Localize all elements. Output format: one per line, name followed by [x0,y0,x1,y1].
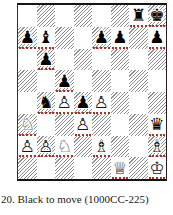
square-f8 [111,5,130,27]
square-d1 [74,157,93,179]
white-pawn-d3: ♙ [75,116,90,133]
square-b8 [37,5,56,27]
white-bishop-h2: ♗ [149,138,164,155]
black-bishop-b7: ♝ [38,29,53,46]
square-b3 [37,114,56,136]
square-c2: ♘ [55,136,74,158]
square-h5 [148,70,167,92]
square-b7: ♝ [37,27,56,49]
square-h2: ♗ [148,136,167,158]
white-king-h1: ♔ [149,160,164,177]
piece-base-mark [56,112,73,114]
square-h6 [148,49,167,71]
square-c8 [55,5,74,27]
square-a7: ♟ [18,27,37,49]
square-f5 [111,70,130,92]
black-pawn-e7: ♟ [94,29,109,46]
square-c5: ♟ [55,70,74,92]
square-c3 [55,114,74,136]
square-a1 [18,157,37,179]
black-pawn-a7: ♟ [20,29,35,46]
piece-base-mark [19,155,36,157]
square-b1 [37,157,56,179]
piece-base-mark [56,155,73,157]
board-grid: ♜♚♟♝♟♟♟♟♟♞♙♟♙♘♙♛♙♙♘♗♗♕♔ [18,5,166,179]
square-g5 [129,70,148,92]
square-f1: ♕ [111,157,130,179]
white-pawn-e4: ♙ [94,94,109,111]
piece-base-mark [38,47,55,49]
square-h8: ♚ [148,5,167,27]
black-pawn-d4: ♟ [75,94,90,111]
square-d7 [74,27,93,49]
square-d2 [74,136,93,158]
square-e1 [92,157,111,179]
square-a2: ♙ [18,136,37,158]
piece-base-mark [93,155,110,157]
piece-base-mark [38,155,55,157]
white-knight-c2: ♘ [57,138,72,155]
piece-base-mark [149,177,166,179]
black-king-h8: ♚ [149,7,164,24]
piece-base-mark [19,47,36,49]
square-a8 [18,5,37,27]
piece-base-mark [38,112,55,114]
piece-base-mark [75,112,92,114]
square-c1 [55,157,74,179]
square-g8: ♜ [129,5,148,27]
white-knight-a3: ♘ [20,116,35,133]
piece-base-mark [75,134,92,136]
piece-base-mark [149,155,166,157]
square-b5 [37,70,56,92]
piece-base-mark [112,47,129,49]
square-h4 [148,92,167,114]
piece-base-mark [93,112,110,114]
piece-base-mark [93,47,110,49]
square-a5 [18,70,37,92]
square-f6 [111,49,130,71]
piece-base-mark [149,134,166,136]
square-d8 [74,5,93,27]
square-f7: ♟ [111,27,130,49]
square-e7: ♟ [92,27,111,49]
square-f3 [111,114,130,136]
square-c6 [55,49,74,71]
square-b2: ♙ [37,136,56,158]
square-g1 [129,157,148,179]
white-pawn-b2: ♙ [38,138,53,155]
square-a4 [18,92,37,114]
black-queen-h3: ♛ [149,116,164,133]
black-pawn-h7: ♟ [149,29,164,46]
black-pawn-b6: ♟ [38,51,53,68]
square-g4 [129,92,148,114]
square-a6 [18,49,37,71]
white-pawn-a2: ♙ [20,138,35,155]
square-d5 [74,70,93,92]
square-d3: ♙ [74,114,93,136]
piece-base-mark [112,177,129,179]
square-f2 [111,136,130,158]
white-queen-f1: ♕ [112,160,127,177]
square-c7 [55,27,74,49]
square-e4: ♙ [92,92,111,114]
square-d6 [74,49,93,71]
square-h3: ♛ [148,114,167,136]
piece-base-mark [56,90,73,92]
square-c4: ♙ [55,92,74,114]
square-e5 [92,70,111,92]
square-e3 [92,114,111,136]
square-g7 [129,27,148,49]
piece-base-mark [149,47,166,49]
piece-base-mark [19,134,36,136]
piece-base-mark [38,68,55,70]
square-h7: ♟ [148,27,167,49]
black-pawn-c5: ♟ [57,73,72,90]
square-g3 [129,114,148,136]
square-e6 [92,49,111,71]
square-g2 [129,136,148,158]
black-rook-g8: ♜ [131,7,146,24]
square-h1: ♔ [148,157,167,179]
square-b4: ♞ [37,92,56,114]
black-knight-b4: ♞ [38,94,53,111]
black-pawn-f7: ♟ [112,29,127,46]
square-a3: ♘ [18,114,37,136]
piece-base-mark [130,25,147,27]
square-b6: ♟ [37,49,56,71]
square-d4: ♟ [74,92,93,114]
white-bishop-e2: ♗ [94,138,109,155]
white-pawn-c4: ♙ [57,94,72,111]
square-g6 [129,49,148,71]
chess-board: ♜♚♟♝♟♟♟♟♟♞♙♟♙♘♙♛♙♙♘♗♗♕♔ [17,3,167,181]
diagram-caption: 20. Black to move (1000CC-225) [1,193,149,205]
square-e8 [92,5,111,27]
piece-base-mark [149,25,166,27]
square-f4 [111,92,130,114]
square-e2: ♗ [92,136,111,158]
